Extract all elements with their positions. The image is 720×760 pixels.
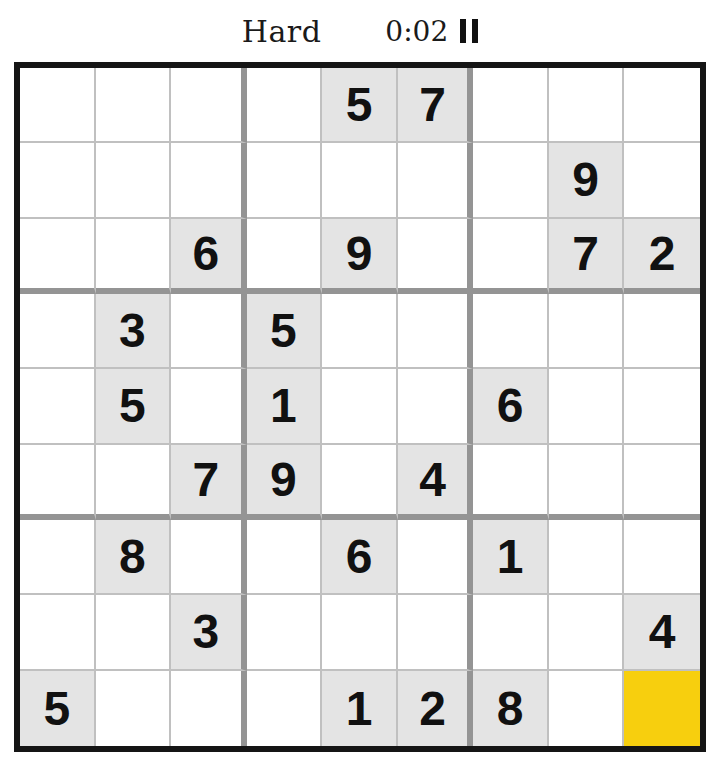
cell-r8c6[interactable] xyxy=(398,595,474,670)
cell-r2c2[interactable] xyxy=(96,143,172,218)
cell-r5c9[interactable] xyxy=(624,369,700,444)
cell-r4c5[interactable] xyxy=(322,294,398,369)
cell-r9c5[interactable]: 1 xyxy=(322,671,398,746)
cell-r7c1[interactable] xyxy=(20,520,96,595)
cell-r3c4[interactable] xyxy=(247,219,323,294)
cell-r4c7[interactable] xyxy=(473,294,549,369)
cell-r5c3[interactable] xyxy=(171,369,247,444)
cell-r9c2[interactable] xyxy=(96,671,172,746)
cell-r2c3[interactable] xyxy=(171,143,247,218)
cell-r4c2[interactable]: 3 xyxy=(96,294,172,369)
cell-r1c3[interactable] xyxy=(171,68,247,143)
difficulty-label: Hard xyxy=(242,14,322,49)
cell-r4c8[interactable] xyxy=(549,294,625,369)
cell-r5c4[interactable]: 1 xyxy=(247,369,323,444)
cell-r6c9[interactable] xyxy=(624,445,700,520)
timer-group: 0:02 xyxy=(385,15,478,48)
cell-r2c6[interactable] xyxy=(398,143,474,218)
cell-r2c1[interactable] xyxy=(20,143,96,218)
cell-r9c8[interactable] xyxy=(549,671,625,746)
cell-r4c1[interactable] xyxy=(20,294,96,369)
cell-r2c4[interactable] xyxy=(247,143,323,218)
cell-r3c8[interactable]: 7 xyxy=(549,219,625,294)
cell-r6c8[interactable] xyxy=(549,445,625,520)
cell-r6c5[interactable] xyxy=(322,445,398,520)
cell-r7c9[interactable] xyxy=(624,520,700,595)
cell-r6c4[interactable]: 9 xyxy=(247,445,323,520)
cell-r6c1[interactable] xyxy=(20,445,96,520)
timer-display: 0:02 xyxy=(385,15,448,48)
sudoku-board: 579697235516794861345128 xyxy=(14,62,706,752)
cell-r5c6[interactable] xyxy=(398,369,474,444)
cell-r8c7[interactable] xyxy=(473,595,549,670)
cell-r1c6[interactable]: 7 xyxy=(398,68,474,143)
cell-r5c1[interactable] xyxy=(20,369,96,444)
cell-r5c2[interactable]: 5 xyxy=(96,369,172,444)
pause-icon[interactable] xyxy=(460,19,478,43)
cell-r4c4[interactable]: 5 xyxy=(247,294,323,369)
cell-r5c5[interactable] xyxy=(322,369,398,444)
cell-r7c3[interactable] xyxy=(171,520,247,595)
cell-r2c5[interactable] xyxy=(322,143,398,218)
cell-r3c6[interactable] xyxy=(398,219,474,294)
cell-r9c7[interactable]: 8 xyxy=(473,671,549,746)
cell-r4c3[interactable] xyxy=(171,294,247,369)
cell-r6c3[interactable]: 7 xyxy=(171,445,247,520)
cell-r3c2[interactable] xyxy=(96,219,172,294)
cell-r5c7[interactable]: 6 xyxy=(473,369,549,444)
cell-r3c9[interactable]: 2 xyxy=(624,219,700,294)
cell-r8c3[interactable]: 3 xyxy=(171,595,247,670)
cell-r6c2[interactable] xyxy=(96,445,172,520)
cell-r2c8[interactable]: 9 xyxy=(549,143,625,218)
cell-r6c6[interactable]: 4 xyxy=(398,445,474,520)
cell-r3c1[interactable] xyxy=(20,219,96,294)
cell-r5c8[interactable] xyxy=(549,369,625,444)
cell-r1c9[interactable] xyxy=(624,68,700,143)
cell-r3c3[interactable]: 6 xyxy=(171,219,247,294)
cell-r2c7[interactable] xyxy=(473,143,549,218)
cell-r7c6[interactable] xyxy=(398,520,474,595)
cell-r1c8[interactable] xyxy=(549,68,625,143)
cell-r8c1[interactable] xyxy=(20,595,96,670)
cell-r7c5[interactable]: 6 xyxy=(322,520,398,595)
cell-r1c5[interactable]: 5 xyxy=(322,68,398,143)
cell-r8c4[interactable] xyxy=(247,595,323,670)
cell-r9c9[interactable] xyxy=(624,671,700,746)
cell-r9c3[interactable] xyxy=(171,671,247,746)
cell-r1c7[interactable] xyxy=(473,68,549,143)
cell-r9c6[interactable]: 2 xyxy=(398,671,474,746)
game-header: Hard 0:02 xyxy=(0,0,720,62)
cell-r8c5[interactable] xyxy=(322,595,398,670)
cell-r7c4[interactable] xyxy=(247,520,323,595)
cell-r1c1[interactable] xyxy=(20,68,96,143)
cell-r7c2[interactable]: 8 xyxy=(96,520,172,595)
cell-r4c9[interactable] xyxy=(624,294,700,369)
cell-r3c5[interactable]: 9 xyxy=(322,219,398,294)
cell-r2c9[interactable] xyxy=(624,143,700,218)
cell-r8c8[interactable] xyxy=(549,595,625,670)
cell-r3c7[interactable] xyxy=(473,219,549,294)
cell-r6c7[interactable] xyxy=(473,445,549,520)
cell-r7c7[interactable]: 1 xyxy=(473,520,549,595)
cell-r4c6[interactable] xyxy=(398,294,474,369)
cell-r1c4[interactable] xyxy=(247,68,323,143)
cell-r9c4[interactable] xyxy=(247,671,323,746)
cell-r1c2[interactable] xyxy=(96,68,172,143)
cell-r8c9[interactable]: 4 xyxy=(624,595,700,670)
cell-r8c2[interactable] xyxy=(96,595,172,670)
cell-r9c1[interactable]: 5 xyxy=(20,671,96,746)
cell-r7c8[interactable] xyxy=(549,520,625,595)
